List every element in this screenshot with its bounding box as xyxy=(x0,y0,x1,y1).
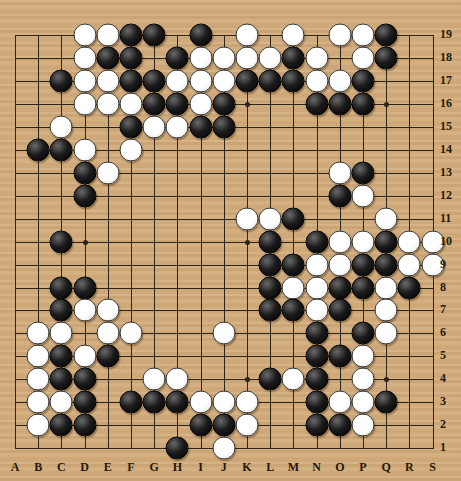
stone-white-H4[interactable] xyxy=(166,368,189,391)
stone-white-J1[interactable] xyxy=(212,437,235,460)
stone-white-I17[interactable] xyxy=(189,70,212,93)
stone-black-C4[interactable] xyxy=(50,368,73,391)
stone-white-O19[interactable] xyxy=(328,24,351,47)
stone-white-E17[interactable] xyxy=(96,70,119,93)
stone-white-E16[interactable] xyxy=(96,93,119,116)
col-label-H: H xyxy=(167,460,187,475)
stone-white-Q11[interactable] xyxy=(375,207,398,230)
col-label-E: E xyxy=(98,460,118,475)
star-point xyxy=(245,102,250,107)
row-label-6: 6 xyxy=(440,325,461,340)
stone-black-N5[interactable] xyxy=(305,345,328,368)
stone-black-F18[interactable] xyxy=(120,47,143,70)
stone-white-K11[interactable] xyxy=(236,207,259,230)
stone-black-I19[interactable] xyxy=(189,24,212,47)
stone-white-K19[interactable] xyxy=(236,24,259,47)
stone-black-C17[interactable] xyxy=(50,70,73,93)
stone-black-N4[interactable] xyxy=(305,368,328,391)
stone-white-F16[interactable] xyxy=(120,93,143,116)
stone-black-L4[interactable] xyxy=(259,368,282,391)
star-point xyxy=(245,240,250,245)
star-point xyxy=(384,102,389,107)
stone-black-M11[interactable] xyxy=(282,207,305,230)
stone-white-P3[interactable] xyxy=(352,391,375,414)
stone-white-H15[interactable] xyxy=(166,116,189,139)
stone-black-L8[interactable] xyxy=(259,276,282,299)
col-label-M: M xyxy=(283,460,303,475)
stone-white-D14[interactable] xyxy=(73,138,96,161)
stone-black-G3[interactable] xyxy=(143,391,166,414)
stone-black-F15[interactable] xyxy=(120,116,143,139)
stone-white-B6[interactable] xyxy=(27,322,50,345)
stone-white-K18[interactable] xyxy=(236,47,259,70)
stone-black-H3[interactable] xyxy=(166,391,189,414)
stone-white-D19[interactable] xyxy=(73,24,96,47)
stone-black-M18[interactable] xyxy=(282,47,305,70)
stone-black-K17[interactable] xyxy=(236,70,259,93)
stone-white-I3[interactable] xyxy=(189,391,212,414)
row-label-14: 14 xyxy=(440,142,461,157)
stone-black-F3[interactable] xyxy=(120,391,143,414)
col-label-F: F xyxy=(121,460,141,475)
stone-white-I16[interactable] xyxy=(189,93,212,116)
stone-black-C8[interactable] xyxy=(50,276,73,299)
stone-white-P10[interactable] xyxy=(352,230,375,253)
col-label-Q: Q xyxy=(376,460,396,475)
stone-black-N2[interactable] xyxy=(305,414,328,437)
stone-black-Q9[interactable] xyxy=(375,253,398,276)
stone-white-G15[interactable] xyxy=(143,116,166,139)
stone-black-D12[interactable] xyxy=(73,184,96,207)
row-label-2: 2 xyxy=(440,417,461,432)
stone-white-P5[interactable] xyxy=(352,345,375,368)
stone-white-B4[interactable] xyxy=(27,368,50,391)
col-label-I: I xyxy=(191,460,211,475)
stone-white-O9[interactable] xyxy=(328,253,351,276)
col-label-K: K xyxy=(237,460,257,475)
stone-white-J17[interactable] xyxy=(212,70,235,93)
stone-white-C3[interactable] xyxy=(50,391,73,414)
stone-white-L18[interactable] xyxy=(259,47,282,70)
stone-white-Q6[interactable] xyxy=(375,322,398,345)
stone-white-J6[interactable] xyxy=(212,322,235,345)
stone-white-F6[interactable] xyxy=(120,322,143,345)
stone-black-H18[interactable] xyxy=(166,47,189,70)
stone-white-L11[interactable] xyxy=(259,207,282,230)
stone-white-C6[interactable] xyxy=(50,322,73,345)
stone-black-D13[interactable] xyxy=(73,161,96,184)
stone-white-F14[interactable] xyxy=(120,138,143,161)
stone-white-K2[interactable] xyxy=(236,414,259,437)
stone-black-R8[interactable] xyxy=(398,276,421,299)
stone-white-M19[interactable] xyxy=(282,24,305,47)
stone-white-O17[interactable] xyxy=(328,70,351,93)
stone-black-J16[interactable] xyxy=(212,93,235,116)
stone-white-I18[interactable] xyxy=(189,47,212,70)
row-label-17: 17 xyxy=(440,73,461,88)
stone-black-O2[interactable] xyxy=(328,414,351,437)
col-label-R: R xyxy=(399,460,419,475)
stone-black-P8[interactable] xyxy=(352,276,375,299)
col-label-L: L xyxy=(260,460,280,475)
stone-black-P9[interactable] xyxy=(352,253,375,276)
stone-black-H1[interactable] xyxy=(166,437,189,460)
col-label-C: C xyxy=(51,460,71,475)
stone-black-N6[interactable] xyxy=(305,322,328,345)
star-point xyxy=(83,240,88,245)
stone-white-Q7[interactable] xyxy=(375,299,398,322)
col-label-G: G xyxy=(144,460,164,475)
stone-white-M4[interactable] xyxy=(282,368,305,391)
stone-white-C15[interactable] xyxy=(50,116,73,139)
stone-white-P12[interactable] xyxy=(352,184,375,207)
stone-white-G4[interactable] xyxy=(143,368,166,391)
stone-black-P16[interactable] xyxy=(352,93,375,116)
row-label-12: 12 xyxy=(440,188,461,203)
stone-white-O10[interactable] xyxy=(328,230,351,253)
stone-white-Q8[interactable] xyxy=(375,276,398,299)
col-label-D: D xyxy=(75,460,95,475)
stone-black-C10[interactable] xyxy=(50,230,73,253)
stone-black-D4[interactable] xyxy=(73,368,96,391)
stone-black-E5[interactable] xyxy=(96,345,119,368)
stone-white-B5[interactable] xyxy=(27,345,50,368)
stone-black-O5[interactable] xyxy=(328,345,351,368)
row-label-10: 10 xyxy=(440,234,461,249)
stone-white-N18[interactable] xyxy=(305,47,328,70)
stone-black-C14[interactable] xyxy=(50,138,73,161)
row-label-16: 16 xyxy=(440,96,461,111)
stone-black-L10[interactable] xyxy=(259,230,282,253)
stone-white-D18[interactable] xyxy=(73,47,96,70)
row-label-5: 5 xyxy=(440,348,461,363)
stone-white-J3[interactable] xyxy=(212,391,235,414)
stone-black-N16[interactable] xyxy=(305,93,328,116)
stone-black-P13[interactable] xyxy=(352,161,375,184)
stone-black-Q18[interactable] xyxy=(375,47,398,70)
stone-white-R9[interactable] xyxy=(398,253,421,276)
stone-black-O16[interactable] xyxy=(328,93,351,116)
stone-white-P4[interactable] xyxy=(352,368,375,391)
stone-black-I2[interactable] xyxy=(189,414,212,437)
row-label-19: 19 xyxy=(440,27,461,42)
stone-white-P18[interactable] xyxy=(352,47,375,70)
row-label-7: 7 xyxy=(440,302,461,317)
row-label-3: 3 xyxy=(440,394,461,409)
col-label-S: S xyxy=(423,460,443,475)
stone-black-Q3[interactable] xyxy=(375,391,398,414)
stone-black-G16[interactable] xyxy=(143,93,166,116)
stone-black-O8[interactable] xyxy=(328,276,351,299)
row-label-1: 1 xyxy=(440,440,461,455)
stone-black-B14[interactable] xyxy=(27,138,50,161)
stone-black-P17[interactable] xyxy=(352,70,375,93)
stone-black-J15[interactable] xyxy=(212,116,235,139)
stone-white-M8[interactable] xyxy=(282,276,305,299)
stone-white-N7[interactable] xyxy=(305,299,328,322)
stone-black-H16[interactable] xyxy=(166,93,189,116)
stone-black-F17[interactable] xyxy=(120,70,143,93)
go-board[interactable]: ABCDEFGHIJKLMNOPQRS191817161514131211109… xyxy=(0,0,461,481)
stone-black-C7[interactable] xyxy=(50,299,73,322)
stone-black-C2[interactable] xyxy=(50,414,73,437)
stone-white-P19[interactable] xyxy=(352,24,375,47)
stone-white-R10[interactable] xyxy=(398,230,421,253)
stone-white-B3[interactable] xyxy=(27,391,50,414)
stone-white-N8[interactable] xyxy=(305,276,328,299)
row-label-13: 13 xyxy=(440,165,461,180)
stone-white-D5[interactable] xyxy=(73,345,96,368)
stone-white-N9[interactable] xyxy=(305,253,328,276)
stone-white-J18[interactable] xyxy=(212,47,235,70)
stone-black-L7[interactable] xyxy=(259,299,282,322)
stone-white-E13[interactable] xyxy=(96,161,119,184)
stone-black-D3[interactable] xyxy=(73,391,96,414)
stone-black-M17[interactable] xyxy=(282,70,305,93)
stone-white-P2[interactable] xyxy=(352,414,375,437)
stone-black-O12[interactable] xyxy=(328,184,351,207)
stone-white-N17[interactable] xyxy=(305,70,328,93)
stone-white-K3[interactable] xyxy=(236,391,259,414)
stone-black-M7[interactable] xyxy=(282,299,305,322)
stone-black-O7[interactable] xyxy=(328,299,351,322)
stone-black-C5[interactable] xyxy=(50,345,73,368)
stone-black-M9[interactable] xyxy=(282,253,305,276)
stone-white-E19[interactable] xyxy=(96,24,119,47)
col-label-N: N xyxy=(307,460,327,475)
stone-black-E18[interactable] xyxy=(96,47,119,70)
stone-black-G17[interactable] xyxy=(143,70,166,93)
stone-black-D2[interactable] xyxy=(73,414,96,437)
stone-black-G19[interactable] xyxy=(143,24,166,47)
col-label-P: P xyxy=(353,460,373,475)
row-label-4: 4 xyxy=(440,371,461,386)
stone-black-F19[interactable] xyxy=(120,24,143,47)
stone-black-J2[interactable] xyxy=(212,414,235,437)
stone-black-I15[interactable] xyxy=(189,116,212,139)
stone-black-N3[interactable] xyxy=(305,391,328,414)
stone-black-P6[interactable] xyxy=(352,322,375,345)
stone-black-L9[interactable] xyxy=(259,253,282,276)
col-label-B: B xyxy=(28,460,48,475)
stone-white-O3[interactable] xyxy=(328,391,351,414)
col-label-J: J xyxy=(214,460,234,475)
row-label-8: 8 xyxy=(440,280,461,295)
stone-white-E6[interactable] xyxy=(96,322,119,345)
stone-black-D8[interactable] xyxy=(73,276,96,299)
star-point xyxy=(245,377,250,382)
row-label-11: 11 xyxy=(440,211,461,226)
row-label-18: 18 xyxy=(440,50,461,65)
row-label-15: 15 xyxy=(440,119,461,134)
stone-black-L17[interactable] xyxy=(259,70,282,93)
stone-white-O13[interactable] xyxy=(328,161,351,184)
stone-white-D17[interactable] xyxy=(73,70,96,93)
stone-white-H17[interactable] xyxy=(166,70,189,93)
stone-white-B2[interactable] xyxy=(27,414,50,437)
stone-white-D7[interactable] xyxy=(73,299,96,322)
stone-white-E7[interactable] xyxy=(96,299,119,322)
col-label-O: O xyxy=(330,460,350,475)
stone-black-N10[interactable] xyxy=(305,230,328,253)
col-label-A: A xyxy=(5,460,25,475)
stone-black-Q10[interactable] xyxy=(375,230,398,253)
star-point xyxy=(384,377,389,382)
stone-white-D16[interactable] xyxy=(73,93,96,116)
stone-black-Q19[interactable] xyxy=(375,24,398,47)
row-label-9: 9 xyxy=(440,257,461,272)
